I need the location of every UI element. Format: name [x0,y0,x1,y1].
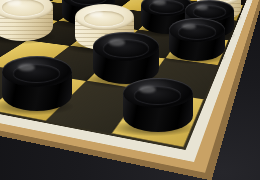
piece-gloss [153,0,165,5]
piece-gloss [7,0,22,6]
piece-gloss [18,64,35,71]
black-checker-piece[interactable] [93,32,160,84]
black-checker-piece[interactable] [2,56,72,111]
black-checker-piece[interactable] [169,18,225,61]
white-checker-piece[interactable] [0,0,53,41]
checkers-photo-scene [0,0,260,180]
pieces-layer [0,0,260,180]
piece-gloss [89,11,103,17]
black-checker-piece[interactable] [123,78,193,133]
piece-gloss [109,39,125,46]
piece-gloss [139,86,156,93]
